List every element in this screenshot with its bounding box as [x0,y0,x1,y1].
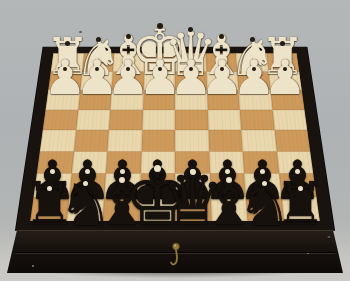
black-finial-icon [280,41,285,46]
black-finial-icon [283,67,287,71]
rook-glyph-icon: ♜ [274,169,327,238]
pieces-layer: ♜♞♝♚♛♝♞♜♟♟♟♟♟♟♟♟♟♟♟♟♟♟♟♟♜♞♝♚♛♝♞♜ [0,0,350,281]
black-finial-icon [220,67,224,71]
black-finial-icon [126,67,130,71]
scene: ♜♞♝♚♛♝♞♜♟♟♟♟♟♟♟♟♟♟♟♟♟♟♟♟♜♞♝♚♛♝♞♜ [0,0,350,281]
piece-black-rook[interactable]: ♜ [265,174,336,233]
pawn-glyph-icon: ♟ [263,49,306,105]
piece-white-pawn[interactable]: ♟ [256,53,314,101]
black-finial-icon [63,67,67,71]
ivory-finial-icon [298,186,303,191]
